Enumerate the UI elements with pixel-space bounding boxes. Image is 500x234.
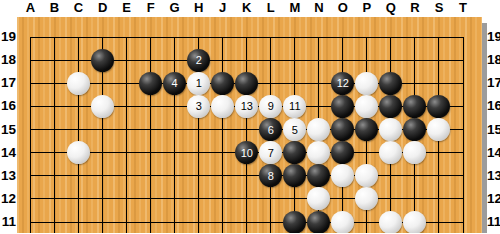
stone-black-N11 [307, 211, 330, 234]
move-number: 7 [268, 147, 274, 159]
column-label-G: G [165, 1, 185, 15]
stone-black-O17-move-12: 12 [331, 72, 354, 95]
stone-white-L16-move-9: 9 [259, 95, 282, 118]
move-number: 12 [337, 77, 349, 89]
column-label-J: J [213, 1, 233, 15]
row-label-right-17: 17 [487, 75, 500, 91]
column-label-H: H [189, 1, 209, 15]
column-label-O: O [333, 1, 353, 15]
move-number: 5 [292, 124, 298, 136]
stone-black-F17 [139, 72, 162, 95]
row-label-right-12: 12 [487, 191, 500, 207]
column-label-A: A [21, 1, 41, 15]
stone-white-H16-move-3: 3 [187, 95, 210, 118]
move-number: 4 [172, 77, 178, 89]
column-label-R: R [405, 1, 425, 15]
row-label-right-16: 16 [487, 98, 500, 114]
column-label-S: S [429, 1, 449, 15]
column-label-N: N [309, 1, 329, 15]
move-number: 11 [289, 100, 300, 112]
row-label-right-19: 19 [487, 29, 500, 45]
row-label-left-11: 11 [0, 214, 16, 230]
row-label-right-11: 11 [487, 214, 500, 230]
stone-white-K16-move-13: 13 [235, 95, 258, 118]
move-number: 8 [268, 170, 274, 182]
stone-black-Q17 [379, 72, 402, 95]
column-label-D: D [93, 1, 113, 15]
stone-white-Q11 [379, 211, 402, 234]
stone-black-H18-move-2: 2 [187, 49, 210, 72]
row-label-left-12: 12 [0, 191, 16, 207]
go-board-screen: ABCDEFGHJKLMNOPQRST 191817161514131211 1… [0, 0, 500, 233]
row-label-left-16: 16 [0, 98, 16, 114]
move-number: 3 [196, 100, 202, 112]
row-label-right-13: 13 [487, 168, 500, 184]
stone-white-O11 [331, 211, 354, 234]
stone-white-P17 [355, 72, 378, 95]
stone-white-D16 [91, 95, 114, 118]
move-number: 10 [241, 147, 253, 159]
row-label-left-18: 18 [0, 52, 16, 68]
move-number: 2 [196, 54, 202, 66]
row-label-left-13: 13 [0, 168, 16, 184]
move-number: 9 [268, 100, 274, 112]
row-label-left-19: 19 [0, 29, 16, 45]
row-label-left-15: 15 [0, 122, 16, 138]
row-label-left-17: 17 [0, 75, 16, 91]
column-label-E: E [117, 1, 137, 15]
row-label-left-14: 14 [0, 145, 16, 161]
row-label-right-15: 15 [487, 122, 500, 138]
stone-black-G17-move-4: 4 [163, 72, 186, 95]
move-number: 13 [241, 100, 253, 112]
stone-black-M11 [283, 211, 306, 234]
stone-white-J16 [211, 95, 234, 118]
column-label-F: F [141, 1, 161, 15]
column-label-K: K [237, 1, 257, 15]
column-label-P: P [357, 1, 377, 15]
stone-white-C17 [67, 72, 90, 95]
row-label-right-14: 14 [487, 145, 500, 161]
move-number: 6 [268, 124, 274, 136]
stone-black-J17 [211, 72, 234, 95]
column-label-B: B [45, 1, 65, 15]
column-label-Q: Q [381, 1, 401, 15]
stone-black-D18 [91, 49, 114, 72]
column-label-L: L [261, 1, 281, 15]
column-label-T: T [453, 1, 473, 15]
stone-black-K17 [235, 72, 258, 95]
row-label-right-18: 18 [487, 52, 500, 68]
column-label-C: C [69, 1, 89, 15]
column-label-M: M [285, 1, 305, 15]
stone-white-H17-move-1: 1 [187, 72, 210, 95]
stone-white-R11 [403, 211, 426, 234]
move-number: 1 [196, 77, 202, 89]
go-board[interactable]: 24112313911651078 [17, 17, 482, 233]
